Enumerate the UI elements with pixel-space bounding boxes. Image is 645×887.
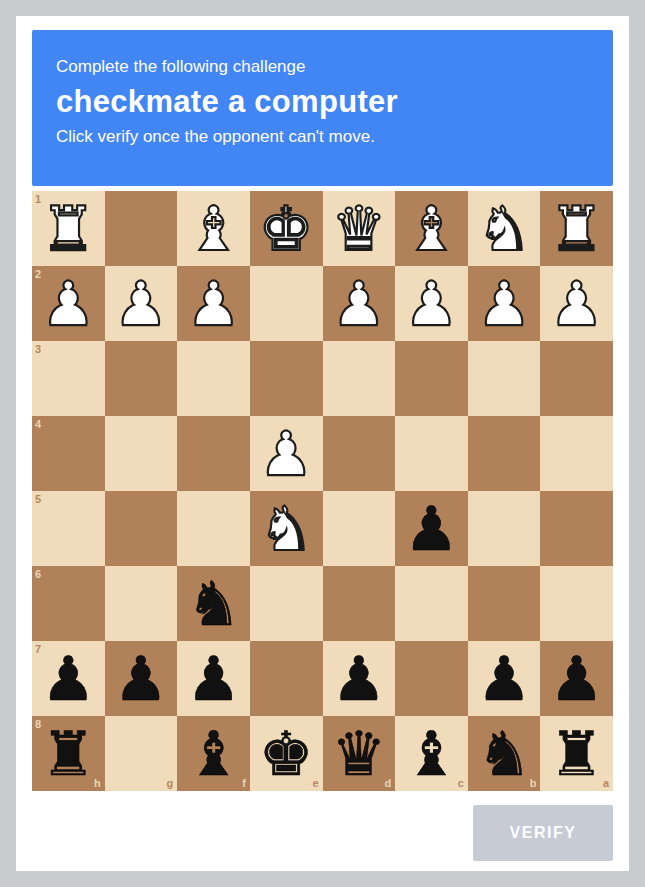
square-d7[interactable]: ♟ <box>323 641 396 716</box>
square-d5[interactable] <box>323 491 396 566</box>
chess-board: 1♜♝♚♛♝♞♜2♟♟♟♟♟♟♟34♟5♞♟6♞7♟♟♟♟♟♟8h♜gf♝e♚d… <box>32 191 613 791</box>
challenge-header: Complete the following challenge checkma… <box>32 30 613 186</box>
square-b7[interactable]: ♟ <box>468 641 541 716</box>
piece-white-bishop: ♝ <box>395 191 468 266</box>
square-e6[interactable] <box>250 566 323 641</box>
footer-bar: VERIFY <box>32 791 613 862</box>
square-g3[interactable] <box>105 341 178 416</box>
square-d4[interactable] <box>323 416 396 491</box>
square-e5[interactable]: ♞ <box>250 491 323 566</box>
piece-white-pawn: ♟ <box>323 266 396 341</box>
piece-black-bishop: ♝ <box>177 716 250 791</box>
square-f4[interactable] <box>177 416 250 491</box>
square-a1[interactable]: ♜ <box>540 191 613 266</box>
square-d1[interactable]: ♛ <box>323 191 396 266</box>
square-h5[interactable]: 5 <box>32 491 105 566</box>
piece-black-pawn: ♟ <box>323 641 396 716</box>
piece-black-pawn: ♟ <box>105 641 178 716</box>
square-g2[interactable]: ♟ <box>105 266 178 341</box>
piece-white-rook: ♜ <box>540 191 613 266</box>
piece-white-rook: ♜ <box>32 191 105 266</box>
square-a5[interactable] <box>540 491 613 566</box>
piece-white-pawn: ♟ <box>540 266 613 341</box>
captcha-page: { "window": { "background_color": "#c9cb… <box>0 0 645 887</box>
piece-black-pawn: ♟ <box>540 641 613 716</box>
square-f6[interactable]: ♞ <box>177 566 250 641</box>
square-g8[interactable]: g <box>105 716 178 791</box>
verify-button[interactable]: VERIFY <box>473 805 613 861</box>
square-e1[interactable]: ♚ <box>250 191 323 266</box>
square-a4[interactable] <box>540 416 613 491</box>
square-f8[interactable]: f♝ <box>177 716 250 791</box>
square-a6[interactable] <box>540 566 613 641</box>
piece-white-queen: ♛ <box>323 191 396 266</box>
square-b5[interactable] <box>468 491 541 566</box>
square-c5[interactable]: ♟ <box>395 491 468 566</box>
square-h7[interactable]: 7♟ <box>32 641 105 716</box>
piece-black-knight: ♞ <box>177 566 250 641</box>
piece-black-king: ♚ <box>250 716 323 791</box>
square-h1[interactable]: 1♜ <box>32 191 105 266</box>
rank-label: 5 <box>35 493 41 505</box>
piece-white-pawn: ♟ <box>395 266 468 341</box>
square-d3[interactable] <box>323 341 396 416</box>
piece-black-pawn: ♟ <box>32 641 105 716</box>
square-b6[interactable] <box>468 566 541 641</box>
piece-white-bishop: ♝ <box>177 191 250 266</box>
square-b4[interactable] <box>468 416 541 491</box>
square-c3[interactable] <box>395 341 468 416</box>
square-a7[interactable]: ♟ <box>540 641 613 716</box>
square-b2[interactable]: ♟ <box>468 266 541 341</box>
challenge-card: Complete the following challenge checkma… <box>16 16 629 871</box>
square-b3[interactable] <box>468 341 541 416</box>
square-c1[interactable]: ♝ <box>395 191 468 266</box>
square-f3[interactable] <box>177 341 250 416</box>
piece-white-pawn: ♟ <box>250 416 323 491</box>
rank-label: 3 <box>35 343 41 355</box>
piece-white-pawn: ♟ <box>32 266 105 341</box>
square-d8[interactable]: d♛ <box>323 716 396 791</box>
square-f1[interactable]: ♝ <box>177 191 250 266</box>
square-d2[interactable]: ♟ <box>323 266 396 341</box>
piece-black-bishop: ♝ <box>395 716 468 791</box>
square-c6[interactable] <box>395 566 468 641</box>
square-c2[interactable]: ♟ <box>395 266 468 341</box>
challenge-subtitle: Complete the following challenge <box>56 57 593 77</box>
piece-white-pawn: ♟ <box>468 266 541 341</box>
square-c8[interactable]: c♝ <box>395 716 468 791</box>
piece-white-knight: ♞ <box>250 491 323 566</box>
piece-black-queen: ♛ <box>323 716 396 791</box>
piece-black-pawn: ♟ <box>395 491 468 566</box>
square-c7[interactable] <box>395 641 468 716</box>
challenge-title: checkmate a computer <box>56 84 593 120</box>
square-a8[interactable]: a♜ <box>540 716 613 791</box>
piece-white-pawn: ♟ <box>177 266 250 341</box>
square-a2[interactable]: ♟ <box>540 266 613 341</box>
square-a3[interactable] <box>540 341 613 416</box>
square-e4[interactable]: ♟ <box>250 416 323 491</box>
piece-black-rook: ♜ <box>540 716 613 791</box>
challenge-instruction: Click verify once the opponent can't mov… <box>56 127 593 147</box>
square-f5[interactable] <box>177 491 250 566</box>
square-c4[interactable] <box>395 416 468 491</box>
square-f2[interactable]: ♟ <box>177 266 250 341</box>
square-g5[interactable] <box>105 491 178 566</box>
square-h8[interactable]: 8h♜ <box>32 716 105 791</box>
square-h2[interactable]: 2♟ <box>32 266 105 341</box>
square-e7[interactable] <box>250 641 323 716</box>
piece-black-knight: ♞ <box>468 716 541 791</box>
piece-black-pawn: ♟ <box>468 641 541 716</box>
piece-white-knight: ♞ <box>468 191 541 266</box>
square-h4[interactable]: 4 <box>32 416 105 491</box>
square-e2[interactable] <box>250 266 323 341</box>
square-b8[interactable]: b♞ <box>468 716 541 791</box>
square-h6[interactable]: 6 <box>32 566 105 641</box>
square-g6[interactable] <box>105 566 178 641</box>
piece-black-pawn: ♟ <box>177 641 250 716</box>
square-h3[interactable]: 3 <box>32 341 105 416</box>
rank-label: 6 <box>35 568 41 580</box>
rank-label: 4 <box>35 418 41 430</box>
piece-white-pawn: ♟ <box>105 266 178 341</box>
square-b1[interactable]: ♞ <box>468 191 541 266</box>
square-g7[interactable]: ♟ <box>105 641 178 716</box>
square-f7[interactable]: ♟ <box>177 641 250 716</box>
square-g1[interactable] <box>105 191 178 266</box>
square-e3[interactable] <box>250 341 323 416</box>
piece-black-rook: ♜ <box>32 716 105 791</box>
square-d6[interactable] <box>323 566 396 641</box>
square-g4[interactable] <box>105 416 178 491</box>
file-label: g <box>167 777 174 789</box>
square-e8[interactable]: e♚ <box>250 716 323 791</box>
piece-white-king: ♚ <box>250 191 323 266</box>
